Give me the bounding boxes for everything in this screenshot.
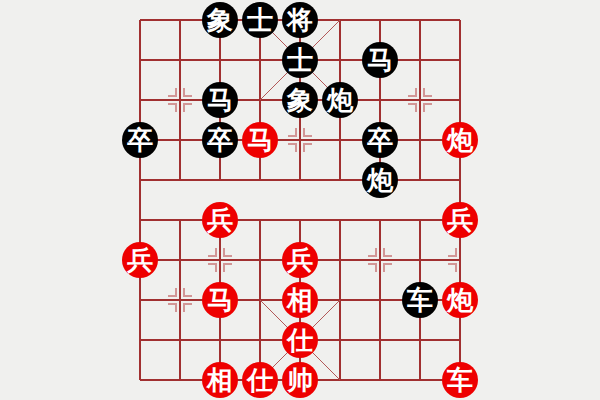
star-point-marker bbox=[168, 304, 176, 312]
piece-red-general[interactable]: 帅 bbox=[282, 362, 318, 398]
piece-black-advisor[interactable]: 士 bbox=[242, 2, 278, 38]
piece-red-chariot[interactable]: 车 bbox=[442, 362, 478, 398]
star-point-marker bbox=[304, 128, 312, 136]
star-point-marker bbox=[424, 104, 432, 112]
star-point-marker bbox=[448, 248, 456, 256]
star-point-marker bbox=[184, 304, 192, 312]
piece-black-soldier[interactable]: 卒 bbox=[202, 122, 238, 158]
piece-red-cannon[interactable]: 炮 bbox=[442, 282, 478, 318]
piece-black-chariot[interactable]: 车 bbox=[402, 282, 438, 318]
piece-black-soldier[interactable]: 卒 bbox=[122, 122, 158, 158]
piece-black-elephant[interactable]: 象 bbox=[282, 82, 318, 118]
star-point-marker bbox=[384, 264, 392, 272]
piece-black-general[interactable]: 将 bbox=[282, 2, 318, 38]
star-point-marker bbox=[368, 248, 376, 256]
piece-red-soldier[interactable]: 兵 bbox=[282, 242, 318, 278]
star-point-marker bbox=[224, 264, 232, 272]
piece-black-soldier[interactable]: 卒 bbox=[362, 122, 398, 158]
piece-red-advisor[interactable]: 仕 bbox=[242, 362, 278, 398]
piece-red-horse[interactable]: 马 bbox=[242, 122, 278, 158]
piece-red-soldier[interactable]: 兵 bbox=[442, 202, 478, 238]
app-background: 象士将士马马象炮卒卒马卒炮炮兵兵兵兵马相车炮仕相仕帅车 bbox=[0, 0, 600, 400]
star-point-marker bbox=[408, 88, 416, 96]
piece-black-cannon[interactable]: 炮 bbox=[362, 162, 398, 198]
piece-black-elephant[interactable]: 象 bbox=[202, 2, 238, 38]
star-point-marker bbox=[304, 144, 312, 152]
piece-red-soldier[interactable]: 兵 bbox=[122, 242, 158, 278]
star-point-marker bbox=[184, 88, 192, 96]
star-point-marker bbox=[448, 264, 456, 272]
piece-black-horse[interactable]: 马 bbox=[202, 82, 238, 118]
star-point-marker bbox=[184, 104, 192, 112]
piece-black-horse[interactable]: 马 bbox=[362, 42, 398, 78]
piece-red-soldier[interactable]: 兵 bbox=[202, 202, 238, 238]
star-point-marker bbox=[208, 264, 216, 272]
star-point-marker bbox=[168, 104, 176, 112]
piece-red-cannon[interactable]: 炮 bbox=[442, 122, 478, 158]
star-point-marker bbox=[184, 288, 192, 296]
star-point-marker bbox=[288, 144, 296, 152]
star-point-marker bbox=[224, 248, 232, 256]
piece-black-advisor[interactable]: 士 bbox=[282, 42, 318, 78]
star-point-marker bbox=[208, 248, 216, 256]
star-point-marker bbox=[368, 264, 376, 272]
star-point-marker bbox=[408, 104, 416, 112]
star-point-marker bbox=[168, 288, 176, 296]
piece-red-elephant[interactable]: 相 bbox=[282, 282, 318, 318]
piece-black-cannon[interactable]: 炮 bbox=[322, 82, 358, 118]
piece-red-advisor[interactable]: 仕 bbox=[282, 322, 318, 358]
piece-red-horse[interactable]: 马 bbox=[202, 282, 238, 318]
star-point-marker bbox=[288, 128, 296, 136]
star-point-marker bbox=[424, 88, 432, 96]
xiangqi-board[interactable]: 象士将士马马象炮卒卒马卒炮炮兵兵兵兵马相车炮仕相仕帅车 bbox=[0, 0, 600, 400]
star-point-marker bbox=[384, 248, 392, 256]
star-point-marker bbox=[168, 88, 176, 96]
piece-red-elephant[interactable]: 相 bbox=[202, 362, 238, 398]
